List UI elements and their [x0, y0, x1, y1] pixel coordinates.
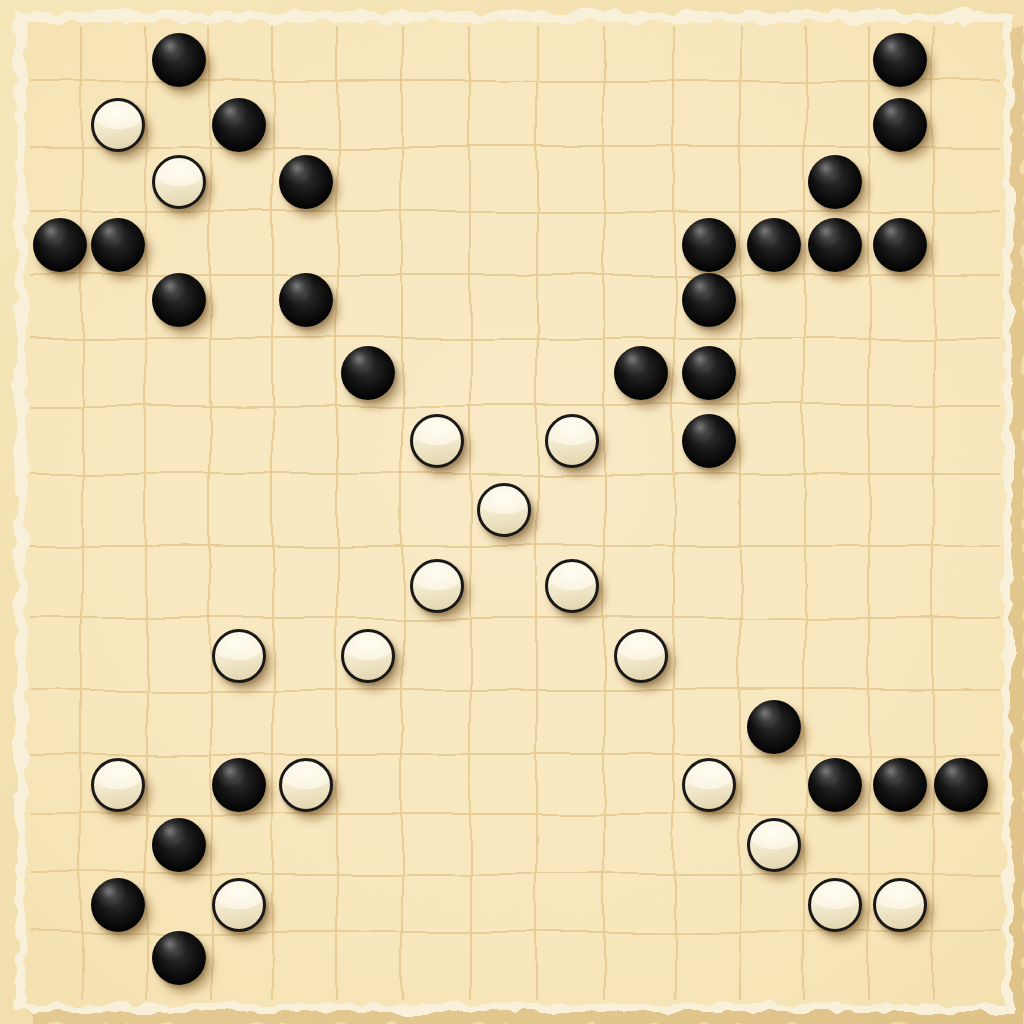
black-stone[interactable] [934, 758, 988, 812]
black-stone[interactable] [614, 346, 668, 400]
white-stone[interactable] [410, 414, 464, 468]
white-stone[interactable] [477, 483, 531, 537]
black-stone[interactable] [212, 758, 266, 812]
white-stone[interactable] [682, 758, 736, 812]
black-stone[interactable] [808, 758, 862, 812]
black-stone[interactable] [279, 155, 333, 209]
white-stone[interactable] [873, 878, 927, 932]
white-stone[interactable] [410, 559, 464, 613]
black-stone[interactable] [152, 931, 206, 985]
black-stone[interactable] [91, 218, 145, 272]
black-stone[interactable] [152, 33, 206, 87]
black-stone[interactable] [873, 218, 927, 272]
white-stone[interactable] [747, 818, 801, 872]
black-stone[interactable] [873, 758, 927, 812]
black-stone[interactable] [279, 273, 333, 327]
black-stone[interactable] [873, 98, 927, 152]
white-stone[interactable] [91, 758, 145, 812]
white-stone[interactable] [341, 629, 395, 683]
black-stone[interactable] [682, 346, 736, 400]
black-stone[interactable] [152, 273, 206, 327]
white-stone[interactable] [614, 629, 668, 683]
black-stone[interactable] [682, 414, 736, 468]
black-stone[interactable] [341, 346, 395, 400]
white-stone[interactable] [91, 98, 145, 152]
white-stone[interactable] [152, 155, 206, 209]
black-stone[interactable] [747, 700, 801, 754]
black-stone[interactable] [808, 155, 862, 209]
black-stone[interactable] [33, 218, 87, 272]
white-stone[interactable] [545, 414, 599, 468]
white-stone[interactable] [279, 758, 333, 812]
black-stone[interactable] [91, 878, 145, 932]
black-stone[interactable] [152, 818, 206, 872]
black-stone[interactable] [212, 98, 266, 152]
white-stone[interactable] [212, 878, 266, 932]
white-stone[interactable] [808, 878, 862, 932]
black-stone[interactable] [873, 33, 927, 87]
white-stone[interactable] [545, 559, 599, 613]
black-stone[interactable] [682, 218, 736, 272]
paper-page [0, 0, 1024, 1024]
black-stone[interactable] [682, 273, 736, 327]
black-stone[interactable] [747, 218, 801, 272]
white-stone[interactable] [212, 629, 266, 683]
black-stone[interactable] [808, 218, 862, 272]
